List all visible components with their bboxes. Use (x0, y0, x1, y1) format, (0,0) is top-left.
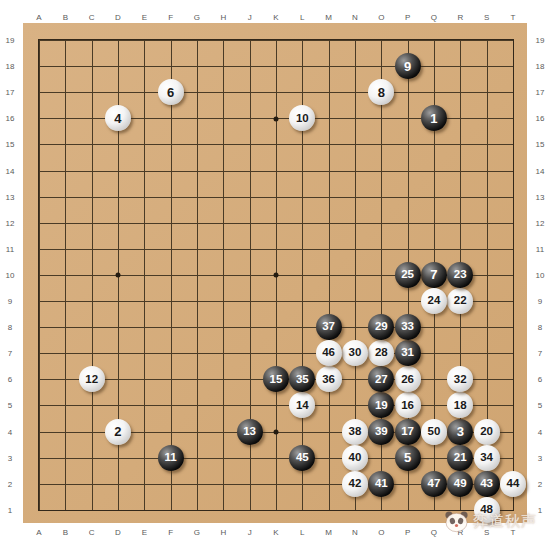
coord-label-row: 16 (536, 114, 545, 123)
coord-label-row: 7 (8, 349, 12, 358)
coord-label-column: E (142, 13, 147, 22)
coord-label-row: 10 (536, 270, 545, 279)
coord-label-row: 5 (538, 401, 542, 410)
stone-black-39[interactable]: 39 (368, 419, 394, 445)
stone-white-12[interactable]: 12 (79, 366, 105, 392)
coord-label-column: G (194, 13, 200, 22)
coord-label-column: A (36, 13, 41, 22)
coord-label-column: T (510, 528, 515, 537)
coord-label-row: 9 (538, 297, 542, 306)
coord-label-row: 18 (6, 62, 15, 71)
coord-label-row: 13 (536, 192, 545, 201)
stone-black-3[interactable]: 3 (447, 419, 473, 445)
coord-label-row: 10 (6, 270, 15, 279)
coord-label-row: 11 (536, 244, 544, 253)
coord-label-column: S (484, 528, 489, 537)
stone-white-24[interactable]: 24 (421, 288, 447, 314)
coord-label-row: 6 (538, 375, 542, 384)
stone-white-6[interactable]: 6 (158, 79, 184, 105)
coord-label-column: C (89, 13, 95, 22)
stone-black-11[interactable]: 11 (158, 445, 184, 471)
stone-white-2[interactable]: 2 (105, 419, 131, 445)
coord-label-column: C (89, 528, 95, 537)
coord-label-row: 1 (8, 505, 12, 514)
go-diagram: AABBCCDDEEFFGGHHJJKKLLMMNNOOPPQQRRSSTT19… (0, 0, 550, 550)
coord-label-column: H (220, 13, 226, 22)
coord-label-column: M (325, 13, 332, 22)
coord-label-column: S (484, 13, 489, 22)
coord-label-row: 5 (8, 401, 12, 410)
coord-label-row: 11 (6, 244, 14, 253)
coord-label-row: 4 (538, 427, 542, 436)
stone-black-9[interactable]: 9 (395, 53, 421, 79)
stone-white-40[interactable]: 40 (342, 445, 368, 471)
star-point (116, 273, 121, 278)
coord-label-column: B (63, 13, 68, 22)
stone-black-23[interactable]: 23 (447, 262, 473, 288)
stone-black-13[interactable]: 13 (237, 419, 263, 445)
coord-label-row: 17 (6, 88, 15, 97)
coord-label-row: 17 (536, 88, 545, 97)
coord-label-row: 19 (6, 36, 15, 45)
stone-black-37[interactable]: 37 (316, 314, 342, 340)
coord-label-column: O (378, 528, 384, 537)
coord-label-column: J (248, 13, 252, 22)
coord-label-column: P (405, 528, 410, 537)
stone-white-36[interactable]: 36 (316, 366, 342, 392)
coord-label-row: 19 (536, 36, 545, 45)
coord-label-column: N (352, 13, 358, 22)
stone-white-30[interactable]: 30 (342, 340, 368, 366)
stone-black-21[interactable]: 21 (447, 445, 473, 471)
coord-label-column: B (63, 528, 68, 537)
coord-label-column: R (457, 528, 463, 537)
stone-black-17[interactable]: 17 (395, 419, 421, 445)
coord-label-column: M (325, 528, 332, 537)
star-point (274, 116, 279, 121)
stone-white-34[interactable]: 34 (474, 445, 500, 471)
coord-label-row: 14 (536, 166, 545, 175)
coord-label-row: 3 (538, 453, 542, 462)
coord-label-row: 6 (8, 375, 12, 384)
stone-white-20[interactable]: 20 (474, 419, 500, 445)
coord-label-column: D (115, 13, 121, 22)
stone-white-42[interactable]: 42 (342, 471, 368, 497)
coord-label-column: A (36, 528, 41, 537)
coord-label-row: 18 (536, 62, 545, 71)
coord-label-row: 12 (6, 218, 15, 227)
coord-label-column: J (248, 528, 252, 537)
star-point (274, 430, 279, 435)
stone-white-48[interactable]: 48 (474, 497, 500, 523)
stone-black-25[interactable]: 25 (395, 262, 421, 288)
coord-label-row: 2 (8, 479, 12, 488)
coord-label-column: G (194, 528, 200, 537)
coord-label-row: 8 (8, 323, 12, 332)
coord-label-row: 2 (538, 479, 542, 488)
stone-black-33[interactable]: 33 (395, 314, 421, 340)
coord-label-row: 12 (536, 218, 545, 227)
coord-label-column: K (273, 13, 278, 22)
coord-label-row: 4 (8, 427, 12, 436)
coord-label-column: N (352, 528, 358, 537)
coord-label-row: 1 (538, 505, 542, 514)
stone-white-50[interactable]: 50 (421, 419, 447, 445)
coord-label-column: P (405, 13, 410, 22)
coord-label-row: 15 (6, 140, 15, 149)
coord-label-column: Q (431, 528, 437, 537)
stone-black-47[interactable]: 47 (421, 471, 447, 497)
coord-label-column: O (378, 13, 384, 22)
stone-black-43[interactable]: 43 (474, 471, 500, 497)
coord-label-column: F (168, 528, 173, 537)
coord-label-row: 14 (6, 166, 15, 175)
coord-label-row: 9 (8, 297, 12, 306)
coord-label-column: L (300, 13, 304, 22)
coord-label-column: H (220, 528, 226, 537)
coord-label-column: F (168, 13, 173, 22)
coord-label-column: D (115, 528, 121, 537)
stone-white-16[interactable]: 16 (395, 392, 421, 418)
coord-label-column: R (457, 13, 463, 22)
stone-black-31[interactable]: 31 (395, 340, 421, 366)
coord-label-row: 15 (536, 140, 545, 149)
stone-black-45[interactable]: 45 (289, 445, 315, 471)
coord-label-row: 13 (6, 192, 15, 201)
stone-white-44[interactable]: 44 (500, 471, 526, 497)
coord-label-row: 3 (8, 453, 12, 462)
coord-label-column: T (510, 13, 515, 22)
coord-label-column: K (273, 528, 278, 537)
coord-label-row: 7 (538, 349, 542, 358)
stone-black-49[interactable]: 49 (447, 471, 473, 497)
coord-label-row: 8 (538, 323, 542, 332)
star-point (274, 273, 279, 278)
stone-black-5[interactable]: 5 (395, 445, 421, 471)
coord-label-column: L (300, 528, 304, 537)
stone-white-46[interactable]: 46 (316, 340, 342, 366)
stone-black-41[interactable]: 41 (368, 471, 394, 497)
stone-white-26[interactable]: 26 (395, 366, 421, 392)
stone-white-38[interactable]: 38 (342, 419, 368, 445)
coord-label-column: Q (431, 13, 437, 22)
coord-label-row: 16 (6, 114, 15, 123)
stone-black-7[interactable]: 7 (421, 262, 447, 288)
coord-label-column: E (142, 528, 147, 537)
